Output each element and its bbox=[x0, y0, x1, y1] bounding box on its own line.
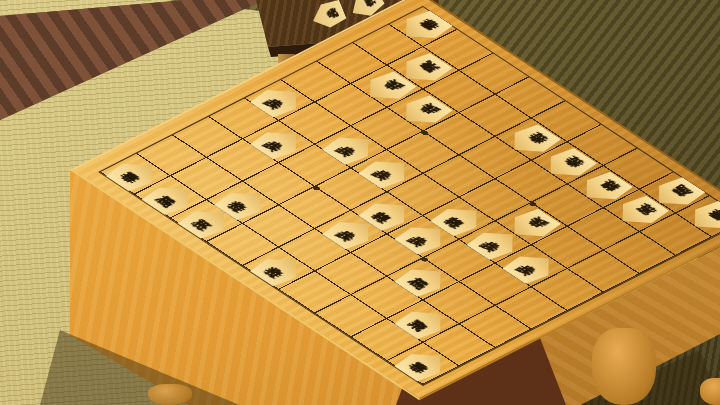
piece-kanji-label: 金将 bbox=[535, 146, 600, 184]
piece-kanji-label: 金将 bbox=[246, 251, 311, 289]
board-leg bbox=[148, 384, 192, 405]
piece-7c-gote-pawn[interactable]: 歩兵 bbox=[390, 93, 455, 131]
shogi-scene: 歩兵角行 香車桂馬王将金将金将銀将銀将桂馬飛車香車歩兵歩兵歩兵歩兵歩兵歩兵歩兵歩… bbox=[0, 0, 720, 405]
piece-6e-sente-pawn[interactable]: 歩兵 bbox=[354, 153, 419, 191]
piece-kanji-label: 歩兵 bbox=[246, 82, 311, 120]
piece-kanji-label: 香車 bbox=[102, 156, 167, 194]
piece-kanji-label: 歩兵 bbox=[246, 124, 311, 162]
piece-3g-sente-knight[interactable]: 桂馬 bbox=[390, 262, 455, 300]
piece-kanji-label: 桂馬 bbox=[138, 180, 203, 218]
piece-9e-sente-pawn[interactable]: 歩兵 bbox=[246, 82, 311, 120]
piece-kanji-label: 香車 bbox=[390, 346, 455, 384]
piece-kanji-label: 歩兵 bbox=[318, 130, 383, 168]
piece-2h-sente-rook[interactable]: 飛車 bbox=[390, 304, 455, 342]
piece-8i-sente-knight[interactable]: 桂馬 bbox=[138, 180, 203, 218]
piece-kanji-label: 歩兵 bbox=[308, 0, 347, 33]
piece-kanji-label: 飛車 bbox=[390, 304, 455, 342]
piece-kanji-label: 桂馬 bbox=[390, 262, 455, 300]
board-leg bbox=[592, 328, 656, 405]
piece-kanji-label: 香車 bbox=[390, 8, 455, 46]
piece-3b-gote-silver[interactable]: 銀将 bbox=[571, 169, 636, 207]
piece-1i-sente-lance[interactable]: 香車 bbox=[390, 346, 455, 384]
piece-8f-sente-pawn[interactable]: 歩兵 bbox=[246, 124, 311, 162]
piece-5i-sente-gold[interactable]: 金将 bbox=[246, 251, 311, 289]
komadai-piece-captured-pawn[interactable]: 歩兵 bbox=[308, 0, 347, 33]
piece-kanji-label: 歩兵 bbox=[499, 249, 564, 287]
piece-4b-gote-gold[interactable]: 金将 bbox=[535, 146, 600, 184]
piece-kanji-label: 金将 bbox=[499, 122, 564, 160]
piece-kanji-label: 銀将 bbox=[571, 169, 636, 207]
piece-kanji-label: 歩兵 bbox=[390, 93, 455, 131]
piece-5b-gote-gold[interactable]: 金将 bbox=[499, 122, 564, 160]
piece-kanji-label: 歩兵 bbox=[354, 153, 419, 191]
piece-9i-sente-lance[interactable]: 香車 bbox=[102, 156, 167, 194]
piece-2e-sente-pawn[interactable]: 歩兵 bbox=[499, 249, 564, 287]
piece-9a-gote-lance[interactable]: 香車 bbox=[390, 8, 455, 46]
piece-7e-sente-pawn[interactable]: 歩兵 bbox=[318, 130, 383, 168]
